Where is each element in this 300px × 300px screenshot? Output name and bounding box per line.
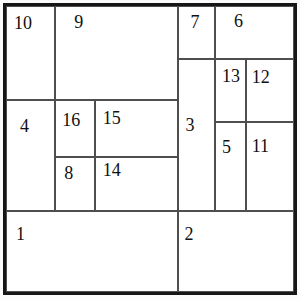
rect-8: 8 [55,157,94,210]
rect-7-label: 7 [179,7,214,31]
rect-2: 2 [178,211,294,292]
rect-3: 3 [178,59,215,210]
rect-16-label: 16 [56,101,93,129]
rect-9: 9 [55,6,177,100]
rect-12-label: 12 [247,60,293,86]
rect-5: 5 [215,122,246,211]
rect-15-label: 15 [96,101,177,127]
rect-3-label: 3 [179,60,214,134]
rect-15: 15 [95,100,178,157]
rect-1-label: 1 [7,212,177,243]
rect-8-label: 8 [56,158,93,182]
puzzle-diagram: 1 2 3 4 5 6 7 8 9 10 11 12 13 14 15 16 [0,0,300,300]
puzzle-board: 1 2 3 4 5 6 7 8 9 10 11 12 13 14 15 16 [3,3,297,295]
rect-6-label: 6 [216,7,293,30]
rect-11-label: 11 [247,123,293,155]
rect-12: 12 [246,59,294,121]
rect-13-label: 13 [216,60,245,85]
rect-4-label: 4 [7,101,54,135]
rect-14: 14 [95,157,178,210]
rect-11: 11 [246,122,294,211]
rect-16: 16 [55,100,94,157]
rect-4: 4 [6,100,55,211]
rect-14-label: 14 [96,158,177,179]
rect-7: 7 [178,6,215,59]
rect-13: 13 [215,59,246,121]
rect-9-label: 9 [56,7,176,31]
rect-1: 1 [6,211,178,292]
rect-10-label: 10 [7,7,54,32]
rect-5-label: 5 [216,123,245,156]
rect-10: 10 [6,6,55,100]
rect-6: 6 [215,6,294,59]
rect-2-label: 2 [179,212,293,243]
